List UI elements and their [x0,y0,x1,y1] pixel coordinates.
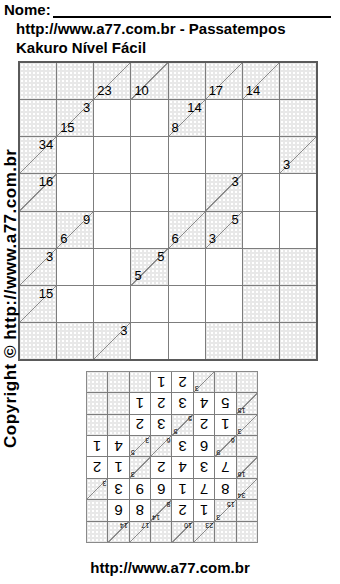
across-clue-number: 16 [238,470,246,478]
solution-clue-r2c5: 148 [151,500,171,520]
solution-cell-r5c3: 6 [194,436,214,456]
solution-block-r8c1 [237,372,257,392]
puzzle-block-r1c1 [20,63,56,99]
across-clue-number: 14 [187,101,201,115]
puzzle-clue-r3c1: 34 [20,137,56,173]
solution-cell-r6c3: 2 [194,415,214,435]
puzzle-clue-r8c3: 3 [94,323,130,359]
puzzle-block-r8c1 [20,323,56,359]
puzzle-block-r2c1 [20,100,56,136]
solution-cell-r3c4: 1 [173,479,193,499]
down-clue-number: 23 [97,84,111,98]
puzzle-cell-r3c2[interactable] [57,137,93,173]
down-clue-number: 5 [188,415,192,423]
solution-cell-r5c8: 1 [87,436,107,456]
puzzle-block-r1c8 [280,63,316,99]
puzzle-cell-r7c5[interactable] [169,286,205,322]
puzzle-cell-r6c3[interactable] [94,249,130,285]
puzzle-cell-r4c5[interactable] [169,174,205,210]
across-clue-number: 5 [232,213,239,227]
solution-cell-r4c7: 1 [108,458,128,478]
across-clue-number: 5 [131,449,135,457]
solution-clue-r8c3: 3 [194,372,214,392]
solution-cell-r4c5: 2 [151,458,171,478]
puzzle-clue-r4c1: 16 [20,174,56,210]
solution-block-r7c7 [108,393,128,413]
puzzle-block-r8c6 [206,323,242,359]
solution-block-r1c8 [87,522,107,542]
solution-cell-r8c4: 2 [173,372,193,392]
puzzle-cell-r3c3[interactable] [94,137,130,173]
solution-clue-r7c1: 15 [237,393,257,413]
puzzle-cell-r3c5[interactable] [169,137,205,173]
copyright-vertical-text: Copyright © http://www.a77.com.br [1,149,21,448]
puzzle-block-r5c1 [20,212,56,248]
puzzle-cell-r7c2[interactable] [57,286,93,322]
solution-cell-r4c2: 7 [215,458,235,478]
puzzle-cell-r5c7[interactable] [243,212,279,248]
across-clue-number: 9 [216,449,220,457]
puzzle-cell-r2c6[interactable] [206,100,242,136]
solution-cell-r7c3: 4 [194,393,214,413]
solution-clue-r5c2: 96 [215,436,235,456]
down-clue-number: 10 [184,522,192,530]
puzzle-cell-r6c5[interactable] [169,249,205,285]
solution-cell-r5c4: 3 [173,436,193,456]
solution-clue-r4c6: 3 [130,458,150,478]
across-clue-number: 14 [152,513,160,521]
puzzle-cell-r6c2[interactable] [57,249,93,285]
solution-block-r1c1 [237,522,257,542]
puzzle-block-r8c7 [243,323,279,359]
solution-block-r8c2 [215,372,235,392]
solution-cell-r5c7: 4 [108,436,128,456]
solution-cell-r3c5: 6 [151,479,171,499]
puzzle-block-r7c7 [243,286,279,322]
solution-cell-r6c5: 3 [151,415,171,435]
puzzle-clue-r2c5: 148 [169,100,205,136]
solution-clue-r5c5: 6 [151,436,171,456]
puzzle-title: Kakuro Nível Fácil [16,39,146,56]
puzzle-clue-r7c1: 15 [20,286,56,322]
puzzle-cell-r3c4[interactable] [131,137,167,173]
down-clue-number: 17 [209,84,223,98]
puzzle-clue-r6c4: 55 [131,249,167,285]
down-clue-number: 6 [167,436,171,444]
solution-clue-r5c6: 53 [130,436,150,456]
solution-clue-r3c8: 3 [87,479,107,499]
puzzle-clue-r5c6: 53 [206,212,242,248]
name-label: Nome: [4,1,51,18]
across-clue-number: 3 [46,250,53,264]
solution-block-r1c2 [215,522,235,542]
solution-block-r7c8 [87,393,107,413]
solution-block-r8c8 [87,372,107,392]
solution-cell-r7c6: 1 [130,393,150,413]
down-clue-number: 10 [134,84,148,98]
puzzle-block-r8c2 [57,323,93,359]
solution-clue-r3c1: 34 [237,479,257,499]
solution-block-r5c1 [237,436,257,456]
puzzle-clue-r4c6: 3 [206,174,242,210]
kakuro-puzzle-grid: 2310171431514834316396653355153 [18,61,318,361]
across-clue-number: 15 [238,406,246,414]
puzzle-cell-r8c4[interactable] [131,323,167,359]
solution-clue-r1c3: 23 [194,522,214,542]
puzzle-cell-r7c6[interactable] [206,286,242,322]
puzzle-cell-r5c8[interactable] [280,212,316,248]
kakuro-solution-grid: 2310171431512148863487169331673423129663… [86,371,258,543]
puzzle-cell-r2c7[interactable] [243,100,279,136]
solution-cell-r2c7: 6 [108,500,128,520]
puzzle-clue-r3c8: 3 [280,137,316,173]
across-clue-number: 34 [238,492,246,500]
down-clue-number: 6 [172,232,179,246]
puzzle-clue-r2c2: 315 [57,100,93,136]
across-clue-number: 16 [39,175,53,189]
puzzle-cell-r4c3[interactable] [94,174,130,210]
solution-cell-r4c8: 2 [87,458,107,478]
puzzle-block-r6c7 [243,249,279,285]
solution-clue-r1c6: 17 [130,522,150,542]
puzzle-cell-r2c3[interactable] [94,100,130,136]
solution-cell-r3c3: 7 [194,479,214,499]
solution-block-r2c1 [237,500,257,520]
puzzle-clue-r6c1: 3 [20,249,56,285]
puzzle-clue-r1c3: 23 [94,63,130,99]
puzzle-cell-r2c4[interactable] [131,100,167,136]
puzzle-clue-r5c2: 96 [57,212,93,248]
solution-cell-r7c5: 2 [151,393,171,413]
solution-cell-r8c5: 1 [151,372,171,392]
puzzle-clue-r1c6: 17 [206,63,242,99]
solution-clue-r6c1: 3 [237,415,257,435]
site-header: http://www.a77.com.br - Passatempos [16,20,286,37]
solution-block-r6c8 [87,415,107,435]
down-clue-number: 14 [120,522,128,530]
kakuro-printable-page: Nome: http://www.a77.com.br - Passatempo… [0,0,340,584]
solution-cell-r7c2: 5 [215,393,235,413]
puzzle-clue-r1c4: 10 [131,63,167,99]
solution-cell-r2c6: 8 [130,500,150,520]
down-clue-number: 15 [60,121,74,135]
puzzle-block-r1c2 [57,63,93,99]
name-row: Nome: [4,1,331,18]
solution-clue-r1c7: 14 [108,522,128,542]
across-clue-number: 34 [39,138,53,152]
solution-clue-r2c2: 315 [215,500,235,520]
puzzle-cell-r4c7[interactable] [243,174,279,210]
solution-block-r1c5 [151,522,171,542]
across-clue-number: 3 [83,101,90,115]
down-clue-number: 6 [60,232,67,246]
puzzle-cell-r4c8[interactable] [280,174,316,210]
puzzle-cell-r5c3[interactable] [94,212,130,248]
solution-block-r2c8 [87,500,107,520]
puzzle-cell-r4c2[interactable] [57,174,93,210]
solution-cell-r2c4: 2 [173,500,193,520]
solution-cell-r4c4: 4 [173,458,193,478]
solution-cell-r6c6: 2 [130,415,150,435]
across-clue-number: 3 [216,513,220,521]
down-clue-number: 23 [205,522,213,530]
across-clue-number: 15 [39,287,53,301]
down-clue-number: 3 [209,232,216,246]
down-clue-number: 8 [172,121,179,135]
across-clue-number: 5 [174,427,178,435]
puzzle-cell-r7c3[interactable] [94,286,130,322]
solution-clue-r6c4: 55 [173,415,193,435]
puzzle-cell-r6c6[interactable] [206,249,242,285]
solution-cell-r4c3: 3 [194,458,214,478]
puzzle-block-r6c8 [280,249,316,285]
footer-url: http://www.a77.com.br [0,559,340,576]
across-clue-number: 3 [238,427,242,435]
puzzle-cell-r3c6[interactable] [206,137,242,173]
down-clue-number: 17 [141,522,149,530]
across-clue-number: 3 [195,385,199,393]
down-clue-number: 6 [231,436,235,444]
puzzle-clue-r1c7: 14 [243,63,279,99]
across-clue-number: 9 [83,213,90,227]
across-clue-number: 3 [232,175,239,189]
solution-cell-r7c4: 3 [173,393,193,413]
down-clue-number: 15 [227,500,235,508]
down-clue-number: 3 [145,436,149,444]
down-clue-number: 3 [283,158,290,172]
across-clue-number: 3 [120,324,127,338]
puzzle-cell-r4c4[interactable] [131,174,167,210]
solution-clue-r4c1: 16 [237,458,257,478]
puzzle-block-r1c5 [169,63,205,99]
puzzle-block-r7c8 [280,286,316,322]
name-blank-line [53,2,331,18]
solution-cell-r2c3: 1 [194,500,214,520]
puzzle-clue-r5c5: 6 [169,212,205,248]
puzzle-block-r2c8 [280,100,316,136]
puzzle-cell-r5c4[interactable] [131,212,167,248]
down-clue-number: 5 [134,269,141,283]
solution-clue-r1c4: 10 [173,522,193,542]
solution-cell-r6c2: 1 [215,415,235,435]
down-clue-number: 14 [246,84,260,98]
puzzle-cell-r3c7[interactable] [243,137,279,173]
solution-block-r6c7 [108,415,128,435]
down-clue-number: 3 [102,479,106,487]
down-clue-number: 8 [167,500,171,508]
solution-block-r8c7 [108,372,128,392]
solution-cell-r3c7: 3 [108,479,128,499]
solution-block-r8c6 [130,372,150,392]
solution-cell-r3c6: 9 [130,479,150,499]
puzzle-block-r8c8 [280,323,316,359]
puzzle-cell-r8c5[interactable] [169,323,205,359]
puzzle-cell-r7c4[interactable] [131,286,167,322]
solution-cell-r3c2: 8 [215,479,235,499]
across-clue-number: 3 [131,470,135,478]
across-clue-number: 5 [157,250,164,264]
